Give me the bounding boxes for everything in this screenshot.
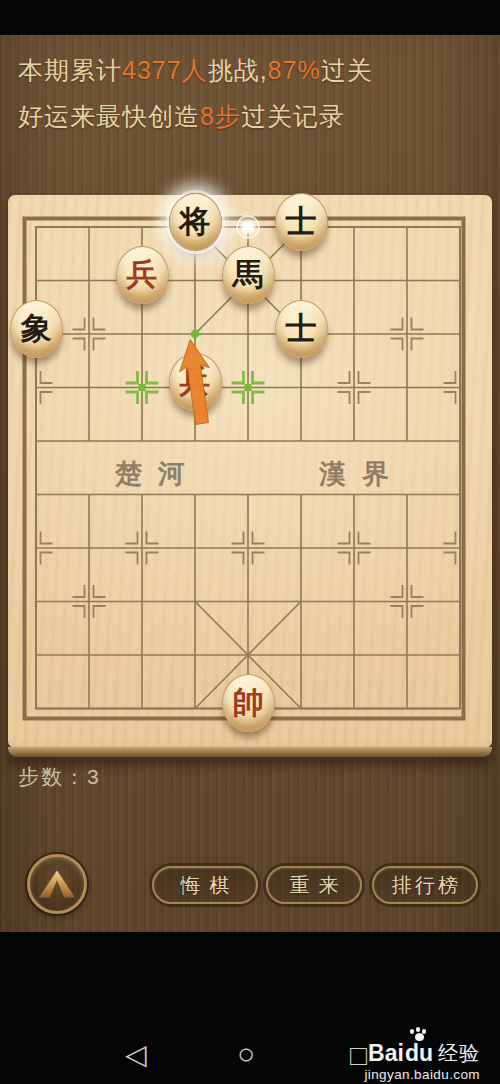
piece-red-soldier[interactable]: 兵 — [169, 353, 222, 411]
challenge-stats-line: 本期累计4377人挑战,87%过关 — [18, 54, 373, 87]
piece-black-elephant[interactable]: 象 — [10, 300, 63, 358]
last-move-glow-dot — [233, 212, 263, 242]
phone-screen: 本期累计4377人挑战,87%过关 好运来最快创造8步过关记录 楚河 漢界 将士… — [0, 0, 500, 1084]
step-counter-value: 3 — [87, 765, 101, 788]
baidu-jingyan-watermark: Bai du 经验 jingyan.baidu.com — [364, 1028, 480, 1082]
jingyan-label: 经验 — [438, 1042, 480, 1064]
restart-button[interactable]: 重来 — [266, 866, 362, 904]
expand-panel-button[interactable] — [27, 854, 87, 914]
undo-move-button[interactable]: 悔棋 — [152, 866, 258, 904]
piece-red-soldier[interactable]: 兵 — [116, 246, 169, 304]
home-icon[interactable]: ○ — [237, 1039, 255, 1069]
back-icon[interactable]: ◁ — [125, 1040, 147, 1070]
record-text: 过关记录 — [241, 102, 345, 130]
xiangqi-board[interactable]: 楚河 漢界 将士馬象士兵兵帥 — [8, 195, 492, 748]
stats-text: 挑战, — [208, 56, 268, 84]
piece-black-advisor[interactable]: 士 — [275, 193, 328, 251]
record-steps: 8步 — [200, 102, 241, 130]
record-text: 好运来最快创造 — [18, 102, 200, 130]
record-line: 好运来最快创造8步过关记录 — [18, 100, 345, 133]
baidu-logo-bai: Bai — [368, 1042, 404, 1064]
board-grid: 将士馬象士兵兵帥 — [10, 200, 487, 735]
stats-pass-rate: 87% — [268, 56, 321, 84]
stats-player-count: 4377人 — [122, 56, 208, 84]
baidu-paw-icon — [409, 1028, 429, 1041]
stats-text: 过关 — [321, 56, 373, 84]
leaderboard-button[interactable]: 排行榜 — [372, 866, 478, 904]
piece-black-horse[interactable]: 馬 — [222, 246, 275, 304]
step-counter-label: 步数： — [18, 765, 87, 788]
board-edge — [8, 747, 492, 757]
chevron-up-icon — [39, 871, 75, 898]
status-bar — [0, 0, 500, 35]
step-counter: 步数：3 — [18, 763, 101, 791]
baidu-logo-du: du — [405, 1042, 433, 1064]
watermark-url: jingyan.baidu.com — [364, 1067, 480, 1082]
piece-black-general[interactable]: 将 — [169, 193, 222, 251]
piece-black-advisor[interactable]: 士 — [275, 300, 328, 358]
stats-text: 本期累计 — [18, 56, 122, 84]
piece-red-general[interactable]: 帥 — [222, 674, 275, 732]
